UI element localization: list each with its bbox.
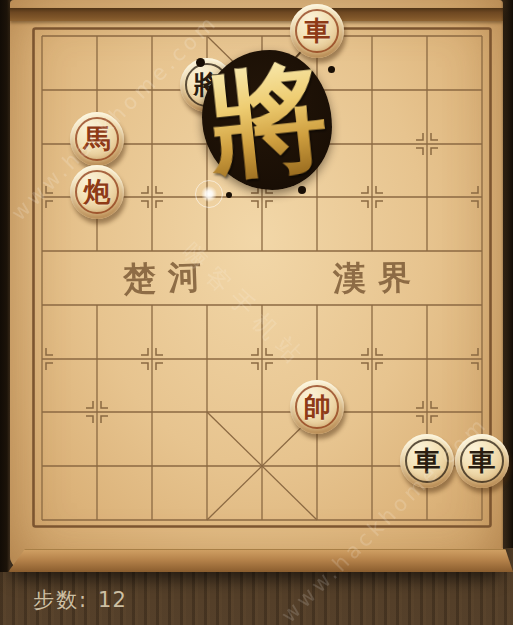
- tap-indicator: [195, 180, 223, 208]
- piece-glyph: 帥: [304, 393, 331, 420]
- piece-glyph: 車: [304, 17, 331, 44]
- piece-glyph: 馬: [84, 125, 111, 152]
- piece-glyph: 車: [469, 447, 496, 474]
- board-top-edge: [10, 8, 503, 21]
- piece-glyph: 炮: [84, 178, 111, 205]
- check-animation-text: 將: [181, 42, 355, 203]
- move-counter-label: 步数:: [33, 588, 88, 612]
- move-counter-value: 12: [98, 588, 127, 612]
- piece-black-chariot[interactable]: 車: [400, 434, 454, 488]
- piece-black-chariot[interactable]: 車: [455, 434, 509, 488]
- piece-red-chariot[interactable]: 車: [290, 4, 344, 58]
- piece-red-general[interactable]: 帥: [290, 380, 344, 434]
- check-animation-splash: 將: [202, 50, 332, 190]
- river-label-left: 楚河: [107, 255, 228, 301]
- piece-glyph: 車: [414, 447, 441, 474]
- board-bottom-bevel: [8, 549, 513, 572]
- river-label-right: 漢界: [318, 256, 439, 300]
- game-screen: 楚河 漢界 車將馬炮帥車車 將 步数:12 www.hackhome.com 嗨…: [0, 0, 513, 625]
- left-edge-shadow: [0, 0, 10, 572]
- piece-red-horse[interactable]: 馬: [70, 112, 124, 166]
- piece-red-cannon[interactable]: 炮: [70, 165, 124, 219]
- move-counter: 步数:12: [33, 586, 127, 614]
